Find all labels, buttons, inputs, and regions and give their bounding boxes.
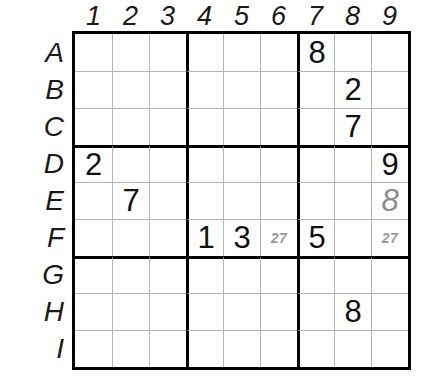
cell-G6[interactable] — [260, 256, 297, 293]
cell-D6[interactable] — [260, 145, 297, 182]
cell-H2[interactable] — [112, 293, 149, 330]
column-labels: 123456789 — [75, 0, 408, 31]
cell-D4[interactable] — [186, 145, 223, 182]
cell-I7[interactable] — [297, 330, 334, 367]
cell-H3[interactable] — [149, 293, 186, 330]
row-label-B: B — [0, 71, 70, 108]
cell-I5[interactable] — [223, 330, 260, 367]
cell-value-D1-given: 2 — [85, 147, 102, 183]
cell-value-F4-given: 1 — [197, 220, 214, 256]
cell-A3[interactable] — [149, 34, 186, 71]
row-label-C: C — [0, 108, 70, 145]
col-label-8: 8 — [334, 0, 371, 31]
col-label-7: 7 — [297, 0, 334, 31]
cell-C4[interactable] — [186, 108, 223, 145]
cell-E6[interactable] — [260, 182, 297, 219]
col-label-3: 3 — [149, 0, 186, 31]
cell-C2[interactable] — [112, 108, 149, 145]
sudoku-screen: 123456789 ABCDEFGHI 827297813275278 — [0, 0, 442, 379]
cell-D8[interactable] — [334, 145, 371, 182]
cell-G3[interactable] — [149, 256, 186, 293]
cell-I4[interactable] — [186, 330, 223, 367]
cell-E2[interactable]: 7 — [112, 182, 149, 219]
cell-G4[interactable] — [186, 256, 223, 293]
row-label-E: E — [0, 182, 70, 219]
cell-B5[interactable] — [223, 71, 260, 108]
cell-G1[interactable] — [75, 256, 112, 293]
row-label-A: A — [0, 34, 70, 71]
cell-E9[interactable]: 8 — [371, 182, 408, 219]
cell-value-D9-given: 9 — [381, 147, 398, 183]
cell-B3[interactable] — [149, 71, 186, 108]
cell-G7[interactable] — [297, 256, 334, 293]
cell-B1[interactable] — [75, 71, 112, 108]
cell-G8[interactable] — [334, 256, 371, 293]
cell-F5[interactable]: 3 — [223, 219, 260, 256]
cell-A1[interactable] — [75, 34, 112, 71]
col-label-5: 5 — [223, 0, 260, 31]
cell-value-E9-entry: 8 — [381, 183, 398, 219]
cell-E1[interactable] — [75, 182, 112, 219]
row-label-G: G — [0, 256, 70, 293]
cell-A8[interactable] — [334, 34, 371, 71]
cell-I3[interactable] — [149, 330, 186, 367]
cell-A6[interactable] — [260, 34, 297, 71]
cell-A5[interactable] — [223, 34, 260, 71]
cell-D7[interactable] — [297, 145, 334, 182]
cell-value-E2-given: 7 — [122, 183, 139, 219]
cell-A2[interactable] — [112, 34, 149, 71]
col-label-6: 6 — [260, 0, 297, 31]
col-label-9: 9 — [371, 0, 408, 31]
cell-H4[interactable] — [186, 293, 223, 330]
cell-D9[interactable]: 9 — [371, 145, 408, 182]
cell-value-H8-given: 8 — [344, 294, 361, 330]
cell-E8[interactable] — [334, 182, 371, 219]
cell-A9[interactable] — [371, 34, 408, 71]
cell-E5[interactable] — [223, 182, 260, 219]
cell-value-F6-pencil: 27 — [271, 230, 288, 246]
cell-G9[interactable] — [371, 256, 408, 293]
cell-B8[interactable]: 2 — [334, 71, 371, 108]
cell-F1[interactable] — [75, 219, 112, 256]
cell-F7[interactable]: 5 — [297, 219, 334, 256]
cell-I2[interactable] — [112, 330, 149, 367]
cell-E7[interactable] — [297, 182, 334, 219]
cell-B6[interactable] — [260, 71, 297, 108]
cell-value-A7-given: 8 — [308, 35, 325, 71]
cell-C6[interactable] — [260, 108, 297, 145]
cell-value-B8-given: 2 — [344, 72, 361, 108]
cell-F9[interactable]: 27 — [371, 219, 408, 256]
col-label-4: 4 — [186, 0, 223, 31]
cell-E4[interactable] — [186, 182, 223, 219]
cell-C1[interactable] — [75, 108, 112, 145]
cell-D5[interactable] — [223, 145, 260, 182]
sudoku-grid: 827297813275278 — [72, 31, 411, 370]
cell-B9[interactable] — [371, 71, 408, 108]
row-label-D: D — [0, 145, 70, 182]
cell-H5[interactable] — [223, 293, 260, 330]
cell-I8[interactable] — [334, 330, 371, 367]
cell-D1[interactable]: 2 — [75, 145, 112, 182]
col-label-2: 2 — [112, 0, 149, 31]
cell-H1[interactable] — [75, 293, 112, 330]
cell-F4[interactable]: 1 — [186, 219, 223, 256]
cell-H9[interactable] — [371, 293, 408, 330]
cell-F8[interactable] — [334, 219, 371, 256]
cell-I9[interactable] — [371, 330, 408, 367]
cell-C7[interactable] — [297, 108, 334, 145]
cell-A7[interactable]: 8 — [297, 34, 334, 71]
row-label-F: F — [0, 219, 70, 256]
cell-E3[interactable] — [149, 182, 186, 219]
cell-B7[interactable] — [297, 71, 334, 108]
cell-B2[interactable] — [112, 71, 149, 108]
cell-F6[interactable]: 27 — [260, 219, 297, 256]
cell-value-F9-pencil: 27 — [382, 230, 399, 246]
cell-H7[interactable] — [297, 293, 334, 330]
cell-D3[interactable] — [149, 145, 186, 182]
cell-C8[interactable]: 7 — [334, 108, 371, 145]
cell-C3[interactable] — [149, 108, 186, 145]
cell-I1[interactable] — [75, 330, 112, 367]
row-label-I: I — [0, 330, 70, 367]
cell-value-F7-given: 5 — [308, 220, 325, 256]
cell-F2[interactable] — [112, 219, 149, 256]
row-label-H: H — [0, 293, 70, 330]
cell-C9[interactable] — [371, 108, 408, 145]
row-labels: ABCDEFGHI — [0, 34, 70, 367]
cell-H8[interactable]: 8 — [334, 293, 371, 330]
cell-H6[interactable] — [260, 293, 297, 330]
cell-G5[interactable] — [223, 256, 260, 293]
cell-B4[interactable] — [186, 71, 223, 108]
cell-C5[interactable] — [223, 108, 260, 145]
cell-value-F5-given: 3 — [233, 220, 250, 256]
cell-value-C8-given: 7 — [344, 109, 361, 145]
col-label-1: 1 — [75, 0, 112, 31]
cell-G2[interactable] — [112, 256, 149, 293]
cell-A4[interactable] — [186, 34, 223, 71]
cell-D2[interactable] — [112, 145, 149, 182]
cell-F3[interactable] — [149, 219, 186, 256]
cell-I6[interactable] — [260, 330, 297, 367]
